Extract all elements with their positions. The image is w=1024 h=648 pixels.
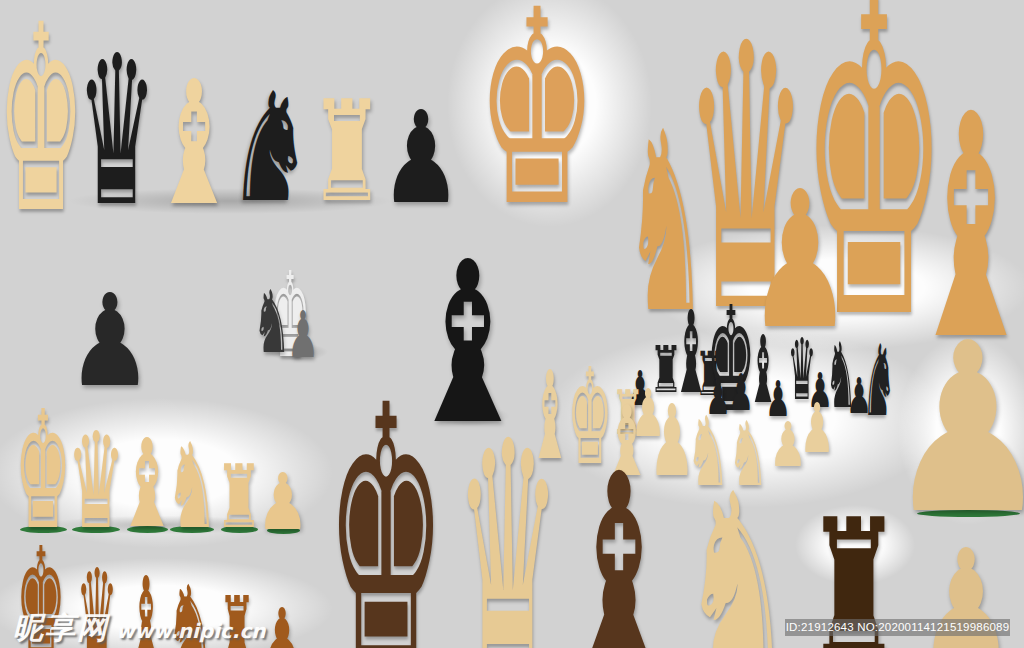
piece-large-white-pawn-pawn: ♟ (886, 312, 1024, 546)
piece-top-left-set-pawn: ♟ (380, 95, 462, 222)
piece-bottom-large-set-queen: ♛ (455, 401, 561, 648)
collage-canvas: ♚♛♝♞♜♟♚♞♛♚♝♟♟♚♞♟♝♟♜♝♜♚♟♟♝♟♛♟♞♟♞♝♚♜♝♟♟♞♞♟… (0, 0, 1024, 648)
piece-bottom-left-light-set-rook: ♜ (215, 454, 262, 542)
piece-top-left-set-bishop: ♝ (150, 58, 238, 229)
piece-mini-white-army-pawn: ♟ (799, 394, 834, 463)
site-logo-text: 昵享网 (13, 608, 109, 648)
piece-center-king-king: ♚ (476, 0, 597, 244)
piece-bottom-large-set-knight: ♞ (681, 463, 792, 648)
site-url-text: www.nipic.cn (116, 619, 266, 643)
piece-top-left-set-queen: ♛ (77, 29, 157, 236)
piece-bottom-large-set-bishop: ♝ (554, 439, 684, 648)
piece-top-left-set-rook: ♜ (310, 82, 384, 222)
piece-top-left-set-knight: ♞ (228, 73, 313, 224)
piece-silver-trio-pawn: ♟ (287, 303, 319, 367)
piece-bottom-left-light-set-pawn: ♟ (257, 463, 310, 541)
piece-silver-trio-knight: ♞ (253, 279, 292, 365)
site-watermark: 昵享网 www.nipic.cn (13, 608, 266, 648)
image-id-bar: ID:21912643 NO:20200114121519986089 (785, 619, 1010, 636)
piece-bottom-left-amber-set-pawn: ♟ (261, 598, 303, 648)
piece-bottom-left-light-set-knight: ♞ (165, 428, 218, 546)
piece-top-left-set-king: ♚ (0, 0, 85, 249)
piece-bottom-large-set-king: ♚ (326, 360, 446, 648)
piece-single-black-pawn-pawn: ♟ (68, 278, 153, 405)
